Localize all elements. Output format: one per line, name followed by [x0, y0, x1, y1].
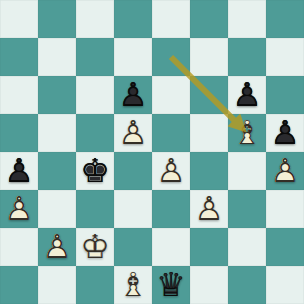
square-g6[interactable]: ♟♙	[228, 76, 266, 114]
square-h7[interactable]	[266, 38, 304, 76]
square-h4[interactable]: ♟♙	[266, 152, 304, 190]
black-pawn-piece[interactable]: ♟♙	[0, 152, 38, 190]
square-f5[interactable]	[190, 114, 228, 152]
black-pawn-outline: ♙	[114, 76, 152, 114]
white-pawn-piece[interactable]: ♟♙	[38, 228, 76, 266]
square-h5[interactable]: ♟♙	[266, 114, 304, 152]
white-pawn-glyph: ♟	[266, 152, 304, 190]
square-g2[interactable]	[228, 228, 266, 266]
square-b8[interactable]	[38, 0, 76, 38]
white-pawn-piece[interactable]: ♟♙	[152, 152, 190, 190]
square-c4[interactable]: ♚♔	[76, 152, 114, 190]
black-pawn-outline: ♙	[266, 114, 304, 152]
square-h3[interactable]	[266, 190, 304, 228]
white-pawn-piece[interactable]: ♟♙	[114, 114, 152, 152]
white-pawn-glyph: ♟	[0, 190, 38, 228]
white-pawn-glyph: ♟	[190, 190, 228, 228]
white-bishop-glyph: ♝	[114, 266, 152, 304]
black-pawn-glyph: ♟	[228, 76, 266, 114]
square-h2[interactable]	[266, 228, 304, 266]
white-pawn-piece[interactable]: ♟♙	[0, 190, 38, 228]
white-king-piece[interactable]: ♚♔	[76, 228, 114, 266]
square-a5[interactable]	[0, 114, 38, 152]
white-pawn-outline: ♙	[190, 190, 228, 228]
black-pawn-glyph: ♟	[266, 114, 304, 152]
white-bishop-outline: ♗	[228, 114, 266, 152]
square-d6[interactable]: ♟♙	[114, 76, 152, 114]
square-e3[interactable]	[152, 190, 190, 228]
chess-board: ♟♙♟♙♟♙♝♗♟♙♟♙♚♔♟♙♟♙♟♙♟♙♟♙♚♔♝♗♛♕	[0, 0, 304, 304]
white-king-glyph: ♚	[76, 228, 114, 266]
square-f1[interactable]	[190, 266, 228, 304]
black-queen-piece[interactable]: ♛♕	[152, 266, 190, 304]
square-e6[interactable]	[152, 76, 190, 114]
square-h6[interactable]	[266, 76, 304, 114]
square-h1[interactable]	[266, 266, 304, 304]
square-c3[interactable]	[76, 190, 114, 228]
square-b7[interactable]	[38, 38, 76, 76]
black-king-glyph: ♚	[76, 152, 114, 190]
white-bishop-piece[interactable]: ♝♗	[114, 266, 152, 304]
square-c6[interactable]	[76, 76, 114, 114]
white-king-outline: ♔	[76, 228, 114, 266]
black-pawn-glyph: ♟	[0, 152, 38, 190]
black-pawn-glyph: ♟	[114, 76, 152, 114]
white-pawn-piece[interactable]: ♟♙	[266, 152, 304, 190]
square-e4[interactable]: ♟♙	[152, 152, 190, 190]
square-a3[interactable]: ♟♙	[0, 190, 38, 228]
white-pawn-piece[interactable]: ♟♙	[190, 190, 228, 228]
square-b1[interactable]	[38, 266, 76, 304]
square-f7[interactable]	[190, 38, 228, 76]
white-pawn-glyph: ♟	[152, 152, 190, 190]
square-f6[interactable]	[190, 76, 228, 114]
square-g1[interactable]	[228, 266, 266, 304]
black-pawn-outline: ♙	[228, 76, 266, 114]
square-c2[interactable]: ♚♔	[76, 228, 114, 266]
white-pawn-outline: ♙	[152, 152, 190, 190]
white-bishop-outline: ♗	[114, 266, 152, 304]
square-e5[interactable]	[152, 114, 190, 152]
square-d4[interactable]	[114, 152, 152, 190]
square-d8[interactable]	[114, 0, 152, 38]
square-e7[interactable]	[152, 38, 190, 76]
square-c1[interactable]	[76, 266, 114, 304]
square-d2[interactable]	[114, 228, 152, 266]
square-a6[interactable]	[0, 76, 38, 114]
square-a7[interactable]	[0, 38, 38, 76]
square-h8[interactable]	[266, 0, 304, 38]
square-b3[interactable]	[38, 190, 76, 228]
white-bishop-piece[interactable]: ♝♗	[228, 114, 266, 152]
square-g8[interactable]	[228, 0, 266, 38]
square-c8[interactable]	[76, 0, 114, 38]
square-c7[interactable]	[76, 38, 114, 76]
square-b5[interactable]	[38, 114, 76, 152]
white-bishop-glyph: ♝	[228, 114, 266, 152]
black-king-outline: ♔	[76, 152, 114, 190]
white-pawn-outline: ♙	[0, 190, 38, 228]
square-e1[interactable]: ♛♕	[152, 266, 190, 304]
square-d3[interactable]	[114, 190, 152, 228]
white-pawn-outline: ♙	[266, 152, 304, 190]
black-pawn-outline: ♙	[0, 152, 38, 190]
square-c5[interactable]	[76, 114, 114, 152]
square-f8[interactable]	[190, 0, 228, 38]
square-b4[interactable]	[38, 152, 76, 190]
black-queen-outline: ♕	[152, 266, 190, 304]
white-pawn-glyph: ♟	[38, 228, 76, 266]
square-a8[interactable]	[0, 0, 38, 38]
square-a1[interactable]	[0, 266, 38, 304]
square-f4[interactable]	[190, 152, 228, 190]
square-d1[interactable]: ♝♗	[114, 266, 152, 304]
black-king-piece[interactable]: ♚♔	[76, 152, 114, 190]
black-queen-glyph: ♛	[152, 266, 190, 304]
square-a2[interactable]	[0, 228, 38, 266]
square-e8[interactable]	[152, 0, 190, 38]
square-d7[interactable]	[114, 38, 152, 76]
white-pawn-outline: ♙	[114, 114, 152, 152]
black-pawn-piece[interactable]: ♟♙	[266, 114, 304, 152]
square-f3[interactable]: ♟♙	[190, 190, 228, 228]
square-b6[interactable]	[38, 76, 76, 114]
square-d5[interactable]: ♟♙	[114, 114, 152, 152]
square-a4[interactable]: ♟♙	[0, 152, 38, 190]
square-g7[interactable]	[228, 38, 266, 76]
black-pawn-piece[interactable]: ♟♙	[114, 76, 152, 114]
white-pawn-glyph: ♟	[114, 114, 152, 152]
square-g5[interactable]: ♝♗	[228, 114, 266, 152]
square-f2[interactable]	[190, 228, 228, 266]
square-g3[interactable]	[228, 190, 266, 228]
black-pawn-piece[interactable]: ♟♙	[228, 76, 266, 114]
square-g4[interactable]	[228, 152, 266, 190]
square-b2[interactable]: ♟♙	[38, 228, 76, 266]
white-pawn-outline: ♙	[38, 228, 76, 266]
square-e2[interactable]	[152, 228, 190, 266]
